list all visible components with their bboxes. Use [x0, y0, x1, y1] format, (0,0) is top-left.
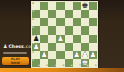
square-b3[interactable] — [40, 43, 48, 51]
rank-label-2: 2 — [32, 51, 34, 54]
play-now-button[interactable]: PLAY NOW — [2, 57, 29, 65]
file-label-h: h — [95, 64, 97, 67]
square-a5[interactable]: 5 — [32, 26, 40, 34]
square-h4[interactable] — [89, 35, 97, 43]
piece-white-pawn-f2: ♟ — [73, 51, 81, 59]
piece-black-king-g8: ♚ — [81, 2, 89, 10]
square-b2[interactable]: ♟ — [40, 51, 48, 59]
square-e5[interactable] — [65, 26, 73, 34]
square-c4[interactable] — [48, 35, 56, 43]
rank-label-7: 7 — [32, 10, 34, 13]
square-g6[interactable] — [81, 18, 89, 26]
piece-white-pawn-b2: ♟ — [40, 51, 48, 59]
chesscom-promo-card: ♟ Chess.com PLAY NOW 8♚7654♟♟3♟2♟♟♟♟1abc… — [0, 0, 124, 72]
square-a3[interactable]: 3♟ — [32, 43, 40, 51]
square-h6[interactable] — [89, 18, 97, 26]
square-c5[interactable] — [48, 26, 56, 34]
square-d4[interactable]: ♟ — [56, 35, 64, 43]
square-g1[interactable]: g♚ — [81, 59, 89, 67]
square-b1[interactable]: b — [40, 59, 48, 67]
square-h5[interactable] — [89, 26, 97, 34]
square-g3[interactable] — [81, 43, 89, 51]
square-a7[interactable]: 7 — [32, 10, 40, 18]
square-b6[interactable] — [40, 18, 48, 26]
square-e6[interactable] — [65, 18, 73, 26]
chess-board[interactable]: 8♚7654♟♟3♟2♟♟♟♟1abcdefg♚h — [32, 2, 97, 67]
square-d6[interactable] — [56, 18, 64, 26]
rank-label-5: 5 — [32, 26, 34, 29]
square-d3[interactable] — [56, 43, 64, 51]
square-e2[interactable] — [65, 51, 73, 59]
square-b8[interactable] — [40, 2, 48, 10]
square-g5[interactable] — [81, 26, 89, 34]
square-g8[interactable]: ♚ — [81, 2, 89, 10]
square-f7[interactable] — [73, 10, 81, 18]
square-f1[interactable]: f — [73, 59, 81, 67]
square-f5[interactable] — [73, 26, 81, 34]
square-e7[interactable] — [65, 10, 73, 18]
rank-label-6: 6 — [32, 18, 34, 21]
square-c7[interactable] — [48, 10, 56, 18]
square-a6[interactable]: 6 — [32, 18, 40, 26]
square-g4[interactable] — [81, 35, 89, 43]
square-b4[interactable] — [40, 35, 48, 43]
square-c8[interactable] — [48, 2, 56, 10]
piece-white-pawn-g2: ♟ — [81, 51, 89, 59]
tagline-text — [3, 52, 27, 54]
chess-board-frame: 8♚7654♟♟3♟2♟♟♟♟1abcdefg♚h — [31, 1, 98, 68]
square-d5[interactable] — [56, 26, 64, 34]
square-h8[interactable] — [89, 2, 97, 10]
rank-label-8: 8 — [32, 2, 34, 5]
rank-label-3: 3 — [32, 42, 34, 45]
square-b5[interactable] — [40, 26, 48, 34]
square-h2[interactable]: ♟ — [89, 51, 97, 59]
bottom-accent-bar — [0, 68, 124, 72]
rank-label-4: 4 — [32, 34, 34, 37]
pawn-icon: ♟ — [3, 44, 7, 49]
square-d1[interactable]: d — [56, 59, 64, 67]
promo-right-panel — [98, 0, 124, 72]
square-c1[interactable]: c — [48, 59, 56, 67]
rank-label-1: 1 — [32, 59, 34, 62]
square-g2[interactable]: ♟ — [81, 51, 89, 59]
square-e4[interactable] — [65, 35, 73, 43]
square-e1[interactable]: e — [65, 59, 73, 67]
piece-white-pawn-d4: ♟ — [56, 35, 64, 43]
square-b7[interactable] — [40, 10, 48, 18]
square-a8[interactable]: 8 — [32, 2, 40, 10]
square-f2[interactable]: ♟ — [73, 51, 81, 59]
square-e8[interactable] — [65, 2, 73, 10]
square-g7[interactable] — [81, 10, 89, 18]
promo-left-panel: ♟ Chess.com PLAY NOW — [0, 0, 32, 72]
square-d2[interactable] — [56, 51, 64, 59]
piece-white-pawn-h2: ♟ — [89, 51, 97, 59]
square-a4[interactable]: 4♟ — [32, 35, 40, 43]
square-a2[interactable]: 2 — [32, 51, 40, 59]
square-f3[interactable] — [73, 43, 81, 51]
square-d7[interactable] — [56, 10, 64, 18]
square-c3[interactable] — [48, 43, 56, 51]
square-f6[interactable] — [73, 18, 81, 26]
square-e3[interactable] — [65, 43, 73, 51]
square-f8[interactable] — [73, 2, 81, 10]
square-h3[interactable] — [89, 43, 97, 51]
square-c2[interactable] — [48, 51, 56, 59]
square-a1[interactable]: 1a — [32, 59, 40, 67]
square-h1[interactable]: h — [89, 59, 97, 67]
square-h7[interactable] — [89, 10, 97, 18]
square-d8[interactable] — [56, 2, 64, 10]
square-f4[interactable] — [73, 35, 81, 43]
square-c6[interactable] — [48, 18, 56, 26]
logo-text-primary: Chess — [8, 44, 23, 49]
